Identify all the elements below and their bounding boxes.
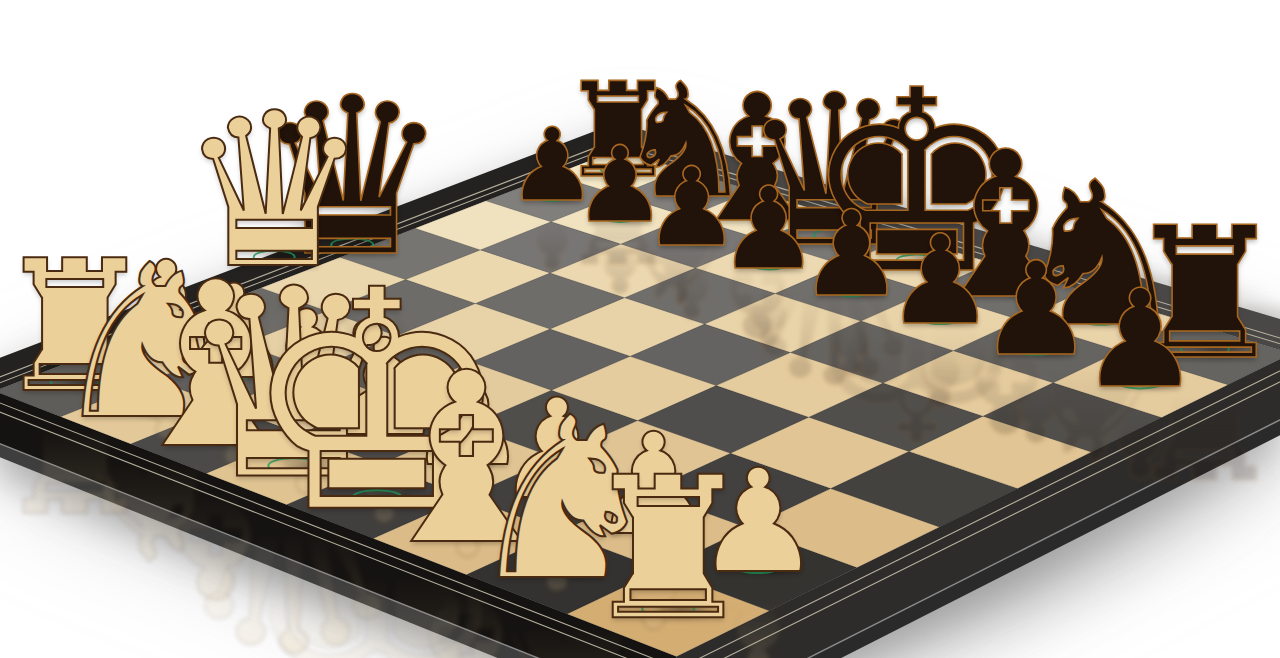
piece-black-pawn-h7[interactable]: ♟ <box>1079 272 1200 407</box>
chess-photo-scene: ♜♞♟♝♟♛♟♛♛♚♟♝♟♞♟♟♟♜♟♟♜♟♞♟♝♟♛♟♚♟♝♟♞♜ ♜♞♟♝♟… <box>0 0 1280 658</box>
pieces-layer: ♜♞♟♝♟♛♟♛♛♚♟♝♟♞♟♟♟♜♟♟♜♟♞♟♝♟♛♟♚♟♝♟♞♜ <box>0 0 1280 658</box>
piece-white-rook-h1[interactable]: ♜ <box>580 451 756 648</box>
piece-black-pawn-g7[interactable]: ♟ <box>978 245 1094 374</box>
